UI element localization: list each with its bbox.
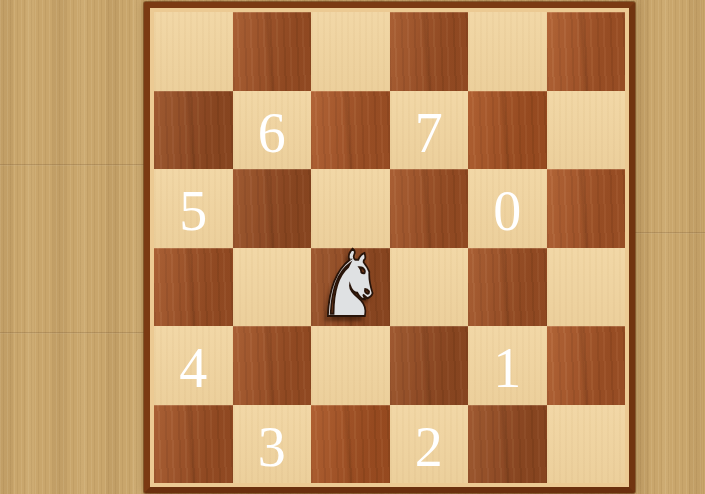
move-target-label-5: 5 xyxy=(179,183,207,239)
square-r2c1[interactable] xyxy=(233,169,312,248)
square-r3c3[interactable] xyxy=(390,248,469,327)
square-r4c3[interactable] xyxy=(390,326,469,405)
square-r4c4[interactable]: 1 xyxy=(468,326,547,405)
square-r2c0[interactable]: 5 xyxy=(154,169,233,248)
square-r5c5[interactable] xyxy=(547,405,626,484)
square-r1c4[interactable] xyxy=(468,91,547,170)
chess-board-frame: 6750♞4132 xyxy=(144,2,635,493)
square-r3c0[interactable] xyxy=(154,248,233,327)
square-r1c2[interactable] xyxy=(311,91,390,170)
square-r5c4[interactable] xyxy=(468,405,547,484)
square-r3c4[interactable] xyxy=(468,248,547,327)
square-r4c0[interactable]: 4 xyxy=(154,326,233,405)
square-r2c3[interactable] xyxy=(390,169,469,248)
square-r0c4[interactable] xyxy=(468,12,547,91)
white-knight-piece[interactable]: ♞ xyxy=(315,239,385,331)
chess-board-grid: 6750♞4132 xyxy=(154,12,625,483)
square-r0c3[interactable] xyxy=(390,12,469,91)
square-r1c1[interactable]: 6 xyxy=(233,91,312,170)
square-r0c0[interactable] xyxy=(154,12,233,91)
move-target-label-1: 1 xyxy=(493,340,521,396)
square-r2c5[interactable] xyxy=(547,169,626,248)
square-r3c5[interactable] xyxy=(547,248,626,327)
square-r4c5[interactable] xyxy=(547,326,626,405)
move-target-label-7: 7 xyxy=(415,105,443,161)
square-r0c1[interactable] xyxy=(233,12,312,91)
square-r5c3[interactable]: 2 xyxy=(390,405,469,484)
square-r4c2[interactable] xyxy=(311,326,390,405)
square-r5c1[interactable]: 3 xyxy=(233,405,312,484)
square-r0c2[interactable] xyxy=(311,12,390,91)
square-r1c5[interactable] xyxy=(547,91,626,170)
move-target-label-6: 6 xyxy=(258,105,286,161)
move-target-label-4: 4 xyxy=(179,340,207,396)
move-target-label-0: 0 xyxy=(493,183,521,239)
square-r3c1[interactable] xyxy=(233,248,312,327)
wood-plank-seam xyxy=(0,164,145,166)
square-r3c2[interactable]: ♞ xyxy=(311,248,390,327)
wood-plank-seam xyxy=(634,232,705,234)
square-r1c0[interactable] xyxy=(154,91,233,170)
square-r5c0[interactable] xyxy=(154,405,233,484)
wood-plank-seam xyxy=(0,332,145,334)
square-r2c4[interactable]: 0 xyxy=(468,169,547,248)
move-target-label-3: 3 xyxy=(258,419,286,475)
wood-table-background: 6750♞4132 xyxy=(0,0,705,494)
square-r4c1[interactable] xyxy=(233,326,312,405)
square-r5c2[interactable] xyxy=(311,405,390,484)
square-r1c3[interactable]: 7 xyxy=(390,91,469,170)
square-r0c5[interactable] xyxy=(547,12,626,91)
move-target-label-2: 2 xyxy=(415,419,443,475)
